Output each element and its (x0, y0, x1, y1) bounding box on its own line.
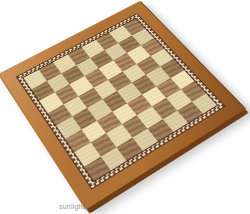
chess-board (0, 1, 247, 211)
product-photo: sunlightbits (0, 0, 250, 214)
board-grid (22, 18, 218, 183)
inlay-border (16, 13, 226, 189)
